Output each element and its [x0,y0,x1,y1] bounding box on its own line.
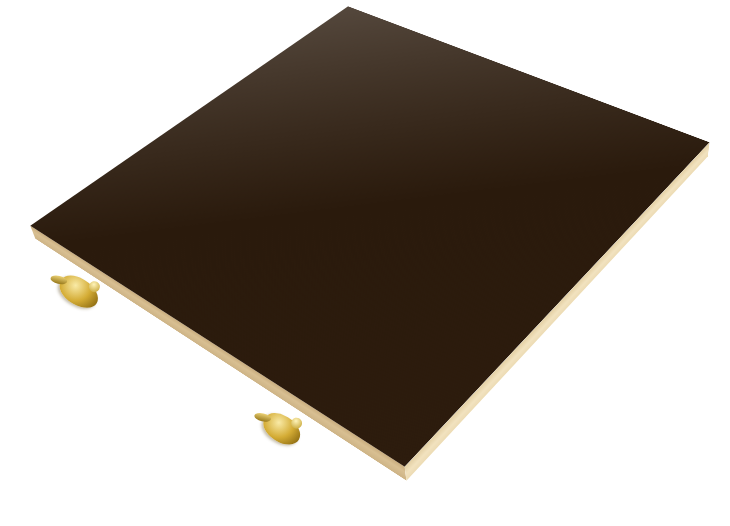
brass-hinge-lower [258,408,306,451]
chess-board-top [30,6,709,467]
chess-board [30,6,709,467]
product-photo [0,0,730,526]
